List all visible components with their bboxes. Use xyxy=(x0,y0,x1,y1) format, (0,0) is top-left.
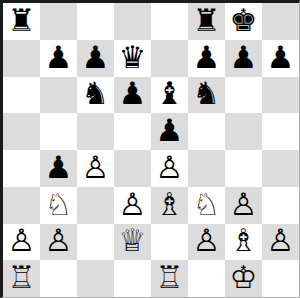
square-h6[interactable] xyxy=(262,77,299,114)
square-a6[interactable] xyxy=(3,77,40,114)
square-h1[interactable] xyxy=(262,260,299,297)
square-e7[interactable] xyxy=(151,40,188,77)
piece-black-rook: ♜ xyxy=(193,5,221,36)
piece-white-pawn: ♙ xyxy=(193,225,221,256)
square-f5[interactable] xyxy=(188,113,225,150)
square-c2[interactable] xyxy=(77,224,114,261)
square-b2[interactable]: ♙ xyxy=(40,224,77,261)
square-a1[interactable]: ♖ xyxy=(3,260,40,297)
square-f4[interactable] xyxy=(188,150,225,187)
square-e2[interactable] xyxy=(151,224,188,261)
square-f1[interactable] xyxy=(188,260,225,297)
square-h5[interactable] xyxy=(262,113,299,150)
square-c6[interactable]: ♞ xyxy=(77,77,114,114)
square-c7[interactable]: ♟ xyxy=(77,40,114,77)
piece-black-knight: ♞ xyxy=(82,78,110,109)
piece-white-pawn: ♙ xyxy=(82,152,110,183)
piece-white-pawn: ♙ xyxy=(230,189,258,220)
square-d5[interactable] xyxy=(114,113,151,150)
square-a4[interactable] xyxy=(3,150,40,187)
piece-black-bishop: ♝ xyxy=(156,78,184,109)
piece-white-pawn: ♙ xyxy=(45,225,73,256)
square-f8[interactable]: ♜ xyxy=(188,3,225,40)
square-e6[interactable]: ♝ xyxy=(151,77,188,114)
square-f2[interactable]: ♙ xyxy=(188,224,225,261)
square-b5[interactable] xyxy=(40,113,77,150)
square-c5[interactable] xyxy=(77,113,114,150)
square-a8[interactable]: ♜ xyxy=(3,3,40,40)
piece-black-queen: ♛ xyxy=(119,42,147,73)
square-a7[interactable] xyxy=(3,40,40,77)
piece-black-pawn: ♟ xyxy=(45,42,73,73)
piece-white-pawn: ♙ xyxy=(156,152,184,183)
piece-white-queen: ♕ xyxy=(119,225,147,256)
square-g8[interactable]: ♚ xyxy=(225,3,262,40)
square-b1[interactable] xyxy=(40,260,77,297)
square-h2[interactable]: ♙ xyxy=(262,224,299,261)
square-e5[interactable]: ♟ xyxy=(151,113,188,150)
chess-board: ♜♜♚♟♟♛♟♟♟♞♟♝♞♟♟♙♙♘♙♗♘♙♙♙♕♙♗♙♖♖♔ xyxy=(3,3,299,297)
piece-black-pawn: ♟ xyxy=(267,42,295,73)
piece-black-pawn: ♟ xyxy=(82,42,110,73)
square-f3[interactable]: ♘ xyxy=(188,187,225,224)
piece-white-rook: ♖ xyxy=(156,262,184,293)
square-e1[interactable]: ♖ xyxy=(151,260,188,297)
square-b3[interactable]: ♘ xyxy=(40,187,77,224)
square-d8[interactable] xyxy=(114,3,151,40)
square-d6[interactable]: ♟ xyxy=(114,77,151,114)
square-g3[interactable]: ♙ xyxy=(225,187,262,224)
square-c4[interactable]: ♙ xyxy=(77,150,114,187)
square-e3[interactable]: ♗ xyxy=(151,187,188,224)
square-f7[interactable]: ♟ xyxy=(188,40,225,77)
piece-black-pawn: ♟ xyxy=(230,42,258,73)
square-g1[interactable]: ♔ xyxy=(225,260,262,297)
square-d2[interactable]: ♕ xyxy=(114,224,151,261)
square-b7[interactable]: ♟ xyxy=(40,40,77,77)
square-e8[interactable] xyxy=(151,3,188,40)
square-g7[interactable]: ♟ xyxy=(225,40,262,77)
square-g4[interactable] xyxy=(225,150,262,187)
square-h8[interactable] xyxy=(262,3,299,40)
square-f6[interactable]: ♞ xyxy=(188,77,225,114)
piece-black-rook: ♜ xyxy=(8,5,36,36)
square-c1[interactable] xyxy=(77,260,114,297)
square-b4[interactable]: ♟ xyxy=(40,150,77,187)
piece-white-bishop: ♗ xyxy=(156,189,184,220)
piece-white-pawn: ♙ xyxy=(267,225,295,256)
piece-black-pawn: ♟ xyxy=(156,115,184,146)
square-g2[interactable]: ♗ xyxy=(225,224,262,261)
square-d1[interactable] xyxy=(114,260,151,297)
piece-black-pawn: ♟ xyxy=(193,42,221,73)
piece-black-king: ♚ xyxy=(230,5,258,36)
square-h7[interactable]: ♟ xyxy=(262,40,299,77)
square-d7[interactable]: ♛ xyxy=(114,40,151,77)
piece-white-pawn: ♙ xyxy=(119,189,147,220)
piece-white-knight: ♘ xyxy=(193,189,221,220)
piece-black-pawn: ♟ xyxy=(45,152,73,183)
piece-white-knight: ♘ xyxy=(45,189,73,220)
piece-white-bishop: ♗ xyxy=(230,225,258,256)
square-a3[interactable] xyxy=(3,187,40,224)
square-g5[interactable] xyxy=(225,113,262,150)
piece-black-pawn: ♟ xyxy=(119,78,147,109)
piece-white-pawn: ♙ xyxy=(8,225,36,256)
square-b6[interactable] xyxy=(40,77,77,114)
square-g6[interactable] xyxy=(225,77,262,114)
piece-black-knight: ♞ xyxy=(193,78,221,109)
square-b8[interactable] xyxy=(40,3,77,40)
square-c3[interactable] xyxy=(77,187,114,224)
square-e4[interactable]: ♙ xyxy=(151,150,188,187)
piece-white-rook: ♖ xyxy=(8,262,36,293)
square-c8[interactable] xyxy=(77,3,114,40)
square-d3[interactable]: ♙ xyxy=(114,187,151,224)
square-a5[interactable] xyxy=(3,113,40,150)
chess-board-frame: ♜♜♚♟♟♛♟♟♟♞♟♝♞♟♟♙♙♘♙♗♘♙♙♙♕♙♗♙♖♖♔ xyxy=(0,0,300,298)
piece-white-king: ♔ xyxy=(230,262,258,293)
square-h3[interactable] xyxy=(262,187,299,224)
square-a2[interactable]: ♙ xyxy=(3,224,40,261)
square-h4[interactable] xyxy=(262,150,299,187)
square-d4[interactable] xyxy=(114,150,151,187)
